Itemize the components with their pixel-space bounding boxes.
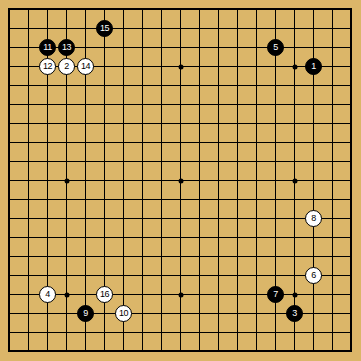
stone-white-14: 14 <box>77 58 94 75</box>
stone-black-11: 11 <box>39 39 56 56</box>
stone-black-9: 9 <box>77 305 94 322</box>
stone-black-5: 5 <box>267 39 284 56</box>
stone-black-13: 13 <box>58 39 75 56</box>
stone-black-3: 3 <box>286 305 303 322</box>
stone-black-1: 1 <box>305 58 322 75</box>
stone-white-6: 6 <box>305 267 322 284</box>
stone-white-16: 16 <box>96 286 113 303</box>
stone-white-12: 12 <box>39 58 56 75</box>
stone-black-15: 15 <box>96 20 113 37</box>
stone-white-4: 4 <box>39 286 56 303</box>
go-board[interactable]: 12345678910111213141516 <box>0 0 361 361</box>
stone-white-8: 8 <box>305 210 322 227</box>
stone-white-2: 2 <box>58 58 75 75</box>
stone-black-7: 7 <box>267 286 284 303</box>
stones-layer: 12345678910111213141516 <box>0 0 361 361</box>
stone-white-10: 10 <box>115 305 132 322</box>
